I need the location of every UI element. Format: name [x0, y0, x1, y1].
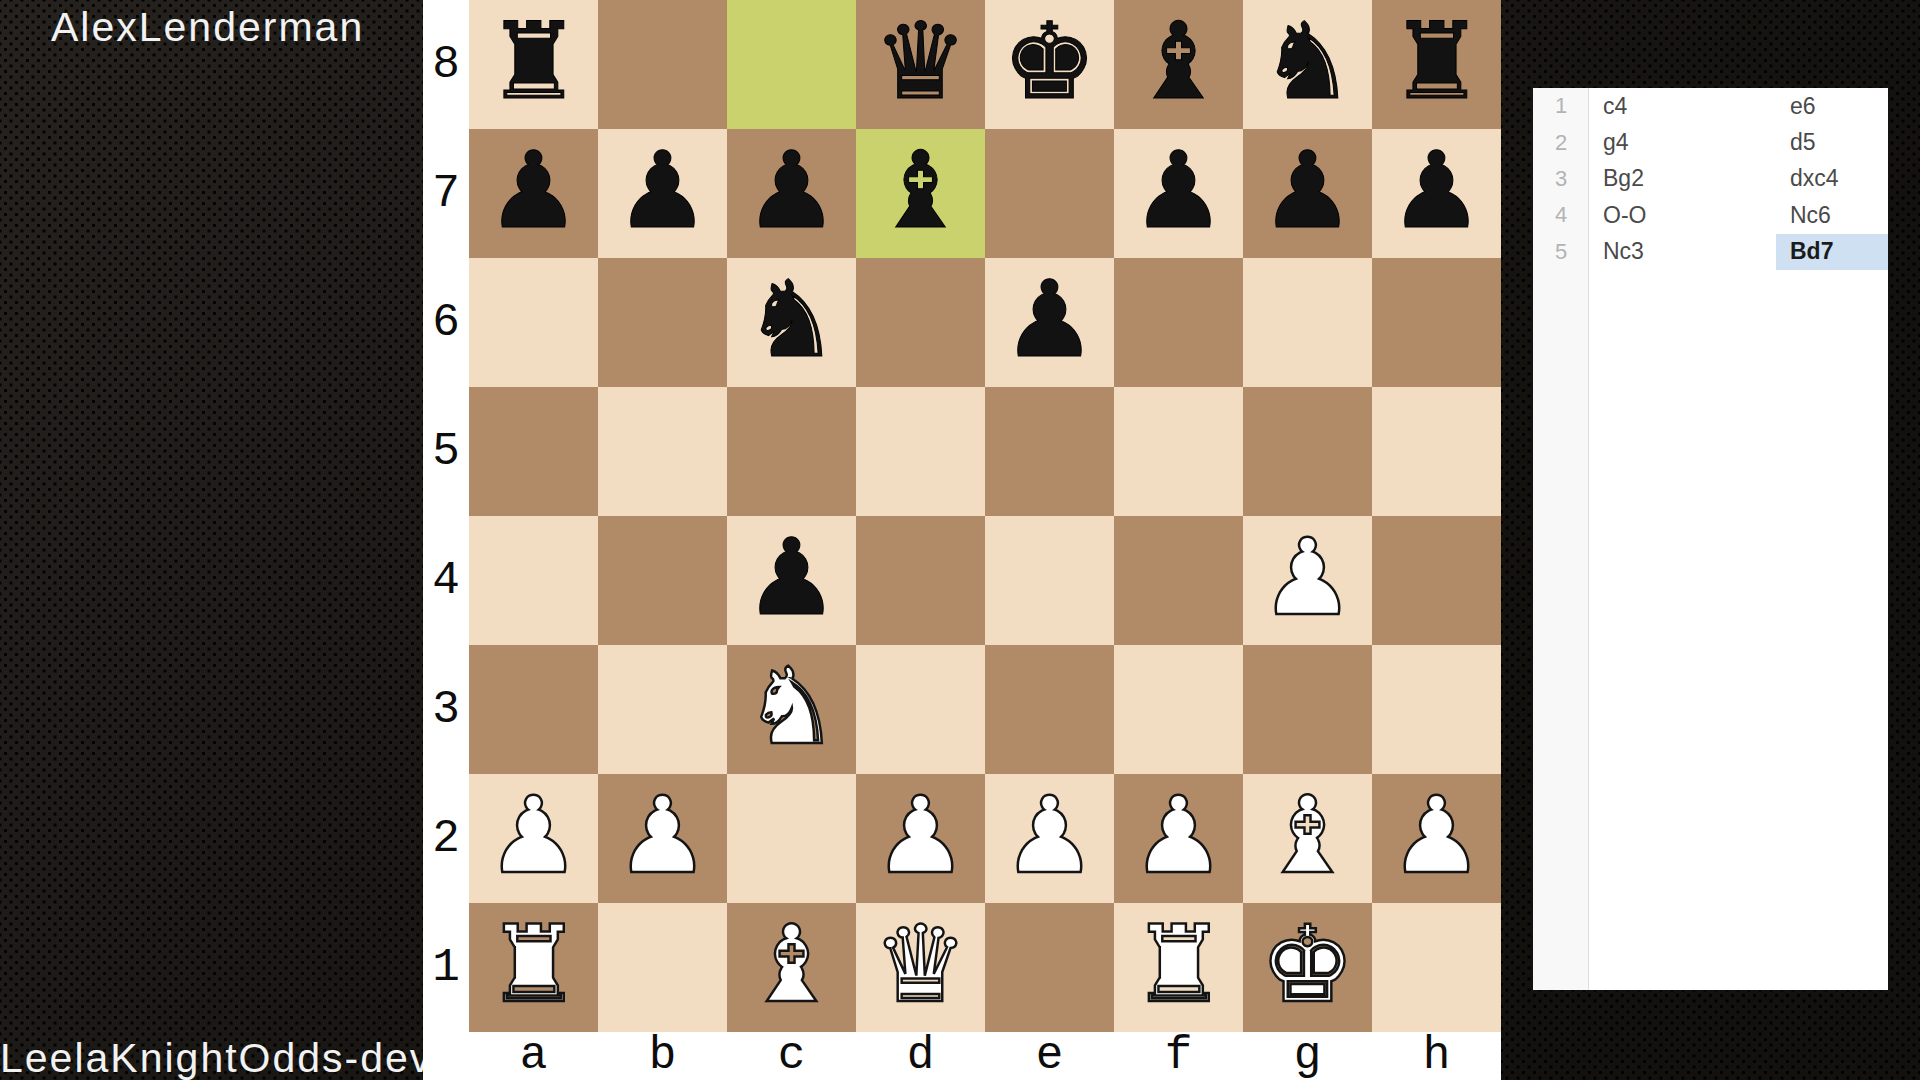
square-e6[interactable]: ♟: [985, 258, 1114, 387]
piece-black-queen: ♛: [873, 0, 968, 126]
file-label-b: b: [598, 1032, 727, 1080]
player-top-name: AlexLenderman: [51, 4, 364, 51]
square-g1[interactable]: ♚: [1243, 903, 1372, 1032]
square-a1[interactable]: ♜: [469, 903, 598, 1032]
move-2-black[interactable]: d5: [1776, 124, 1888, 160]
square-b3[interactable]: [598, 645, 727, 774]
file-label-a: a: [469, 1032, 598, 1080]
chess-board: ♜♛♚♝♞♜♟♟♟♝♟♟♟♞♟♟♟♞♟♟♟♟♟♝♟♜♝♛♜♚: [469, 0, 1501, 1032]
piece-white-pawn: ♟: [615, 771, 710, 900]
square-e7[interactable]: [985, 129, 1114, 258]
piece-black-rook: ♜: [486, 0, 581, 126]
square-f5[interactable]: [1114, 387, 1243, 516]
piece-black-knight: ♞: [1260, 0, 1355, 126]
move-number-1: 1: [1533, 93, 1589, 119]
piece-black-pawn: ♟: [1389, 126, 1484, 255]
square-b7[interactable]: ♟: [598, 129, 727, 258]
square-g6[interactable]: [1243, 258, 1372, 387]
square-a5[interactable]: [469, 387, 598, 516]
file-label-c: c: [727, 1032, 856, 1080]
piece-white-pawn: ♟: [1260, 513, 1355, 642]
square-c3[interactable]: ♞: [727, 645, 856, 774]
app-root: { "game": "chess", "players": { "top": "…: [0, 0, 1920, 1080]
square-f8[interactable]: ♝: [1114, 0, 1243, 129]
square-f7[interactable]: ♟: [1114, 129, 1243, 258]
piece-black-pawn: ♟: [615, 126, 710, 255]
rank-label-4: 4: [423, 516, 469, 645]
rank-label-2: 2: [423, 774, 469, 903]
square-f1[interactable]: ♜: [1114, 903, 1243, 1032]
move-5-black[interactable]: Bd7: [1776, 234, 1888, 270]
square-d4[interactable]: [856, 516, 985, 645]
rank-label-5: 5: [423, 387, 469, 516]
move-row-2: 2g4d5: [1533, 124, 1888, 160]
square-h7[interactable]: ♟: [1372, 129, 1501, 258]
move-3-white[interactable]: Bg2: [1589, 165, 1776, 192]
piece-white-bishop: ♝: [1260, 771, 1355, 900]
square-f2[interactable]: ♟: [1114, 774, 1243, 903]
rank-label-6: 6: [423, 258, 469, 387]
square-h4[interactable]: [1372, 516, 1501, 645]
move-4-white[interactable]: O-O: [1589, 202, 1776, 229]
square-g7[interactable]: ♟: [1243, 129, 1372, 258]
square-h3[interactable]: [1372, 645, 1501, 774]
piece-black-rook: ♜: [1389, 0, 1484, 126]
piece-black-pawn: ♟: [1131, 126, 1226, 255]
square-a7[interactable]: ♟: [469, 129, 598, 258]
piece-white-pawn: ♟: [486, 771, 581, 900]
move-row-1: 1c4e6: [1533, 88, 1888, 124]
move-2-white[interactable]: g4: [1589, 129, 1776, 156]
move-rows: 1c4e62g4d53Bg2dxc44O-ONc65Nc3Bd7: [1533, 88, 1888, 270]
piece-black-pawn: ♟: [744, 126, 839, 255]
move-list-panel: 1c4e62g4d53Bg2dxc44O-ONc65Nc3Bd7: [1533, 88, 1888, 990]
square-h5[interactable]: [1372, 387, 1501, 516]
square-d2[interactable]: ♟: [856, 774, 985, 903]
square-b6[interactable]: [598, 258, 727, 387]
piece-black-knight: ♞: [744, 255, 839, 384]
square-b1[interactable]: [598, 903, 727, 1032]
square-c5[interactable]: [727, 387, 856, 516]
piece-black-bishop: ♝: [873, 126, 968, 255]
square-d3[interactable]: [856, 645, 985, 774]
square-h1[interactable]: [1372, 903, 1501, 1032]
piece-white-pawn: ♟: [873, 771, 968, 900]
move-number-2: 2: [1533, 130, 1589, 156]
square-f6[interactable]: [1114, 258, 1243, 387]
square-d6[interactable]: [856, 258, 985, 387]
piece-black-pawn: ♟: [1002, 255, 1097, 384]
rank-label-7: 7: [423, 129, 469, 258]
move-5-white[interactable]: Nc3: [1589, 238, 1776, 265]
rank-label-3: 3: [423, 645, 469, 774]
move-number-4: 4: [1533, 202, 1589, 228]
square-d5[interactable]: [856, 387, 985, 516]
square-e1[interactable]: [985, 903, 1114, 1032]
file-labels-bar: abcdefgh: [469, 1032, 1501, 1080]
piece-white-bishop: ♝: [744, 900, 839, 1029]
square-h6[interactable]: [1372, 258, 1501, 387]
move-4-black[interactable]: Nc6: [1776, 197, 1888, 233]
piece-white-rook: ♜: [486, 900, 581, 1029]
piece-white-pawn: ♟: [1131, 771, 1226, 900]
piece-black-pawn: ♟: [744, 513, 839, 642]
rank-label-1: 1: [423, 903, 469, 1032]
file-label-h: h: [1372, 1032, 1501, 1080]
square-d8[interactable]: ♛: [856, 0, 985, 129]
piece-white-king: ♚: [1260, 900, 1355, 1029]
move-row-3: 3Bg2dxc4: [1533, 161, 1888, 197]
square-d7[interactable]: ♝: [856, 129, 985, 258]
square-a6[interactable]: [469, 258, 598, 387]
piece-white-queen: ♛: [873, 900, 968, 1029]
square-e4[interactable]: [985, 516, 1114, 645]
file-label-g: g: [1243, 1032, 1372, 1080]
square-c2[interactable]: [727, 774, 856, 903]
square-b5[interactable]: [598, 387, 727, 516]
square-g2[interactable]: ♝: [1243, 774, 1372, 903]
move-row-5: 5Nc3Bd7: [1533, 234, 1888, 270]
square-c4[interactable]: ♟: [727, 516, 856, 645]
square-f4[interactable]: [1114, 516, 1243, 645]
piece-black-pawn: ♟: [1260, 126, 1355, 255]
move-row-4: 4O-ONc6: [1533, 197, 1888, 233]
square-e3[interactable]: [985, 645, 1114, 774]
square-b2[interactable]: ♟: [598, 774, 727, 903]
square-b4[interactable]: [598, 516, 727, 645]
square-e2[interactable]: ♟: [985, 774, 1114, 903]
square-c7[interactable]: ♟: [727, 129, 856, 258]
piece-black-king: ♚: [1002, 0, 1097, 126]
square-a3[interactable]: [469, 645, 598, 774]
piece-white-pawn: ♟: [1002, 771, 1097, 900]
square-c1[interactable]: ♝: [727, 903, 856, 1032]
piece-black-bishop: ♝: [1131, 0, 1226, 126]
square-c6[interactable]: ♞: [727, 258, 856, 387]
square-c8[interactable]: [727, 0, 856, 129]
player-bottom-name: LeelaKnightOdds-dev: [0, 1035, 432, 1080]
file-label-e: e: [985, 1032, 1114, 1080]
move-3-black[interactable]: dxc4: [1776, 161, 1888, 197]
move-number-3: 3: [1533, 166, 1589, 192]
file-label-d: d: [856, 1032, 985, 1080]
square-g3[interactable]: [1243, 645, 1372, 774]
rank-labels-bar: 87654321: [423, 0, 469, 1080]
piece-white-rook: ♜: [1131, 900, 1226, 1029]
square-e8[interactable]: ♚: [985, 0, 1114, 129]
move-1-white[interactable]: c4: [1589, 93, 1776, 120]
square-a2[interactable]: ♟: [469, 774, 598, 903]
square-a8[interactable]: ♜: [469, 0, 598, 129]
square-e5[interactable]: [985, 387, 1114, 516]
move-1-black[interactable]: e6: [1776, 88, 1888, 124]
file-label-f: f: [1114, 1032, 1243, 1080]
square-b8[interactable]: [598, 0, 727, 129]
square-h8[interactable]: ♜: [1372, 0, 1501, 129]
piece-white-knight: ♞: [744, 642, 839, 771]
square-d1[interactable]: ♛: [856, 903, 985, 1032]
move-number-5: 5: [1533, 239, 1589, 265]
piece-black-pawn: ♟: [486, 126, 581, 255]
square-h2[interactable]: ♟: [1372, 774, 1501, 903]
square-g8[interactable]: ♞: [1243, 0, 1372, 129]
piece-white-pawn: ♟: [1389, 771, 1484, 900]
square-a4[interactable]: [469, 516, 598, 645]
square-g5[interactable]: [1243, 387, 1372, 516]
square-f3[interactable]: [1114, 645, 1243, 774]
rank-label-8: 8: [423, 0, 469, 129]
square-g4[interactable]: ♟: [1243, 516, 1372, 645]
